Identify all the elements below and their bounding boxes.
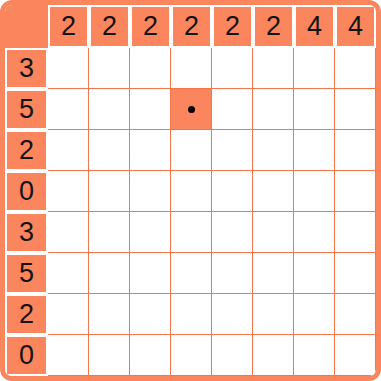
- cell-r4c5[interactable]: [212, 171, 253, 212]
- row-clue-8: 0: [5, 335, 48, 376]
- row-clue-5: 3: [5, 212, 48, 253]
- cell-r4c1[interactable]: [48, 171, 89, 212]
- corner-cell: [5, 5, 48, 48]
- cell-r8c2[interactable]: [89, 335, 130, 376]
- col-clue-3: 2: [130, 5, 171, 48]
- col-clue-2: 2: [89, 5, 130, 48]
- cell-r8c8[interactable]: [335, 335, 376, 376]
- board-frame: 2 2 2 2 2 2 4 4 3 5 2 0: [0, 0, 381, 381]
- cell-r6c8[interactable]: [335, 253, 376, 294]
- cell-r7c2[interactable]: [89, 294, 130, 335]
- row-clue-6: 5: [5, 253, 48, 294]
- cell-r4c2[interactable]: [89, 171, 130, 212]
- col-clue-4: 2: [171, 5, 212, 48]
- cell-r1c4[interactable]: [171, 48, 212, 89]
- cell-r8c5[interactable]: [212, 335, 253, 376]
- cell-r3c7[interactable]: [294, 130, 335, 171]
- cell-r7c5[interactable]: [212, 294, 253, 335]
- cell-r6c3[interactable]: [130, 253, 171, 294]
- cell-r3c2[interactable]: [89, 130, 130, 171]
- cell-r2c8[interactable]: [335, 89, 376, 130]
- cell-r7c8[interactable]: [335, 294, 376, 335]
- cell-r2c2[interactable]: [89, 89, 130, 130]
- cell-r6c1[interactable]: [48, 253, 89, 294]
- cell-r6c6[interactable]: [253, 253, 294, 294]
- cell-r6c7[interactable]: [294, 253, 335, 294]
- cell-r7c3[interactable]: [130, 294, 171, 335]
- cell-r3c6[interactable]: [253, 130, 294, 171]
- cell-r4c7[interactable]: [294, 171, 335, 212]
- cell-r4c8[interactable]: [335, 171, 376, 212]
- cell-r2c5[interactable]: [212, 89, 253, 130]
- cell-r8c6[interactable]: [253, 335, 294, 376]
- cell-r5c4[interactable]: [171, 212, 212, 253]
- cell-r6c4[interactable]: [171, 253, 212, 294]
- cell-r1c1[interactable]: [48, 48, 89, 89]
- cell-r5c6[interactable]: [253, 212, 294, 253]
- cell-r3c5[interactable]: [212, 130, 253, 171]
- cell-r4c6[interactable]: [253, 171, 294, 212]
- cell-r2c3[interactable]: [130, 89, 171, 130]
- col-clue-5: 2: [212, 5, 253, 48]
- cell-r4c3[interactable]: [130, 171, 171, 212]
- cell-r6c2[interactable]: [89, 253, 130, 294]
- row-clue-4: 0: [5, 171, 48, 212]
- cell-r2c4-filled[interactable]: [171, 89, 212, 130]
- cell-r3c1[interactable]: [48, 130, 89, 171]
- cell-r5c7[interactable]: [294, 212, 335, 253]
- cell-r3c3[interactable]: [130, 130, 171, 171]
- cell-r5c2[interactable]: [89, 212, 130, 253]
- cell-r6c5[interactable]: [212, 253, 253, 294]
- cell-r2c7[interactable]: [294, 89, 335, 130]
- cell-r3c4[interactable]: [171, 130, 212, 171]
- row-clue-7: 2: [5, 294, 48, 335]
- cell-r8c7[interactable]: [294, 335, 335, 376]
- cell-r1c7[interactable]: [294, 48, 335, 89]
- cell-r5c3[interactable]: [130, 212, 171, 253]
- cell-r7c6[interactable]: [253, 294, 294, 335]
- cell-r4c4[interactable]: [171, 171, 212, 212]
- cell-r8c1[interactable]: [48, 335, 89, 376]
- cell-r1c3[interactable]: [130, 48, 171, 89]
- row-clue-1: 3: [5, 48, 48, 89]
- cell-r5c5[interactable]: [212, 212, 253, 253]
- row-clue-2: 5: [5, 89, 48, 130]
- cell-r7c7[interactable]: [294, 294, 335, 335]
- cell-r7c4[interactable]: [171, 294, 212, 335]
- cell-r7c1[interactable]: [48, 294, 89, 335]
- cell-r2c6[interactable]: [253, 89, 294, 130]
- col-clue-8: 4: [335, 5, 376, 48]
- cell-r8c4[interactable]: [171, 335, 212, 376]
- cell-r5c1[interactable]: [48, 212, 89, 253]
- col-clue-1: 2: [48, 5, 89, 48]
- cell-r8c3[interactable]: [130, 335, 171, 376]
- puzzle-grid: 2 2 2 2 2 2 4 4 3 5 2 0: [5, 5, 376, 376]
- col-clue-7: 4: [294, 5, 335, 48]
- cell-r1c8[interactable]: [335, 48, 376, 89]
- cell-r2c1[interactable]: [48, 89, 89, 130]
- row-clue-3: 2: [5, 130, 48, 171]
- cell-r1c5[interactable]: [212, 48, 253, 89]
- cell-r1c6[interactable]: [253, 48, 294, 89]
- cell-r3c8[interactable]: [335, 130, 376, 171]
- dot-marker: [188, 106, 195, 113]
- cell-r5c8[interactable]: [335, 212, 376, 253]
- cell-r1c2[interactable]: [89, 48, 130, 89]
- col-clue-6: 2: [253, 5, 294, 48]
